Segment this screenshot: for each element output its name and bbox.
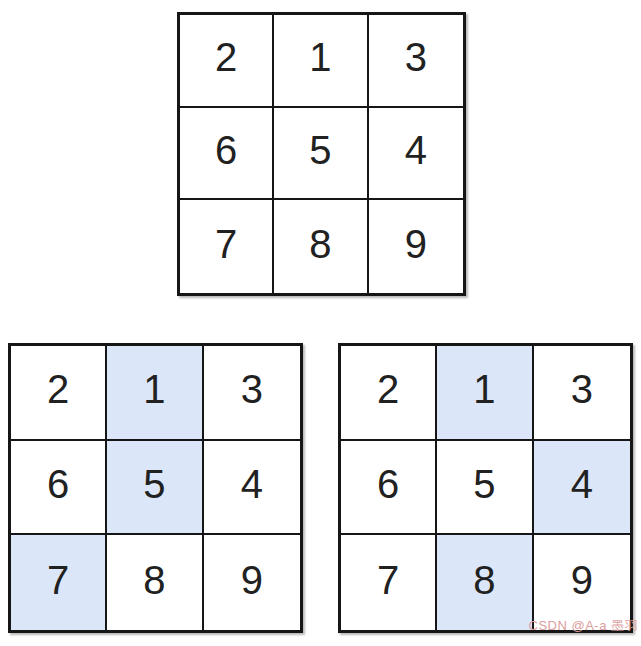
diagram-canvas: 2 1 3 6 5 4 7 8 9 2 1 3 6 5 4 7 8 9 2 1 … — [0, 0, 641, 646]
grid-cell: 7 — [341, 535, 437, 630]
grid-cell: 3 — [534, 346, 630, 441]
grid-cell: 6 — [180, 108, 274, 201]
grid-cell: 1 — [274, 15, 368, 108]
grid-cell: 7 — [11, 535, 107, 630]
grid-cell: 2 — [341, 346, 437, 441]
grid-cell: 2 — [180, 15, 274, 108]
grid-cell: 8 — [437, 535, 533, 630]
grid-cell: 4 — [204, 441, 300, 536]
grid-cell: 3 — [204, 346, 300, 441]
grid-cell: 1 — [107, 346, 203, 441]
grid-cell: 3 — [369, 15, 463, 108]
grid-cell: 5 — [274, 108, 368, 201]
grid-cell: 5 — [107, 441, 203, 536]
grid-cell: 8 — [274, 200, 368, 293]
grid-cell: 1 — [437, 346, 533, 441]
grid-cell: 4 — [534, 441, 630, 536]
grid-cell: 4 — [369, 108, 463, 201]
grid-bottom-right: 2 1 3 6 5 4 7 8 9 — [338, 343, 633, 633]
grid-cell: 2 — [11, 346, 107, 441]
grid-cell: 6 — [11, 441, 107, 536]
grid-cell: 6 — [341, 441, 437, 536]
grid-cell: 9 — [534, 535, 630, 630]
grid-cell: 7 — [180, 200, 274, 293]
grid-cell: 9 — [204, 535, 300, 630]
grid-bottom-left: 2 1 3 6 5 4 7 8 9 — [8, 343, 303, 633]
grid-cell: 8 — [107, 535, 203, 630]
grid-top: 2 1 3 6 5 4 7 8 9 — [177, 12, 466, 296]
csdn-watermark: CSDN @A-a 墨羽 — [529, 617, 639, 635]
grid-cell: 5 — [437, 441, 533, 536]
grid-cell: 9 — [369, 200, 463, 293]
